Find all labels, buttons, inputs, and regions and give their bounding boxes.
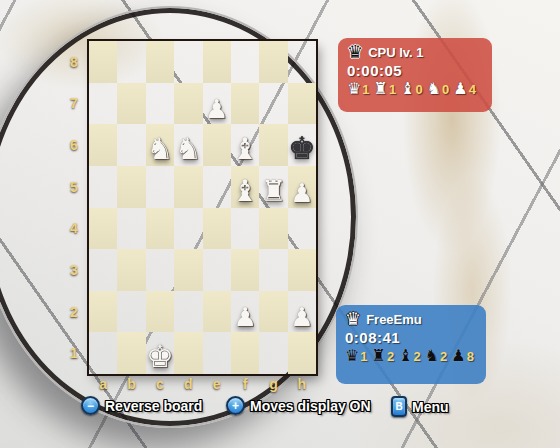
black-bishop-icon: ♝	[398, 348, 412, 364]
white-queen-icon: ♛	[347, 81, 361, 97]
rank-label-5: 5	[64, 166, 84, 208]
file-label-e: e	[203, 374, 231, 394]
square-h5[interactable]: ♟	[288, 166, 316, 208]
white-rook-icon: ♜	[374, 81, 388, 97]
square-c6[interactable]: ♞	[146, 124, 174, 166]
square-a3[interactable]	[89, 249, 117, 291]
human-name: FreeEmu	[366, 312, 422, 327]
square-c7[interactable]	[146, 83, 174, 125]
captured-knight-item: ♞2	[425, 348, 451, 364]
square-a4[interactable]	[89, 208, 117, 250]
cpu-name-row: ♛ CPU lv. 1	[347, 43, 483, 61]
square-f8[interactable]	[231, 41, 259, 83]
rank-labels: 87654321	[64, 41, 84, 374]
square-b3[interactable]	[117, 249, 145, 291]
black-queen-icon: ♛	[345, 348, 359, 364]
captured-queen-item: ♛1	[347, 81, 373, 97]
square-g6[interactable]	[259, 124, 287, 166]
white-queen-icon: ♛	[345, 310, 361, 328]
rank-label-2: 2	[64, 291, 84, 333]
square-f6[interactable]: ♝	[231, 124, 259, 166]
square-b6[interactable]	[117, 124, 145, 166]
square-c5[interactable]	[146, 166, 174, 208]
control-label: Menu	[412, 399, 449, 415]
human-clock: 0:08:41	[345, 329, 477, 346]
white-rook[interactable]: ♜	[260, 177, 286, 206]
square-h6[interactable]: ♚	[288, 124, 316, 166]
square-f3[interactable]	[231, 249, 259, 291]
captured-rook-item: ♜1	[374, 81, 400, 97]
square-f7[interactable]	[231, 83, 259, 125]
rank-label-6: 6	[64, 124, 84, 166]
square-f5[interactable]: ♝	[231, 166, 259, 208]
square-a8[interactable]	[89, 41, 117, 83]
square-h8[interactable]	[288, 41, 316, 83]
square-h4[interactable]	[288, 208, 316, 250]
white-knight-icon: ♞	[427, 81, 441, 97]
square-e2[interactable]	[203, 291, 231, 333]
file-labels: abcdefgh	[89, 374, 316, 394]
white-pawn-icon: ♟	[453, 81, 467, 97]
square-c8[interactable]	[146, 41, 174, 83]
rank-label-8: 8	[64, 41, 84, 83]
square-d7[interactable]	[174, 83, 202, 125]
white-pawn[interactable]: ♟	[290, 304, 313, 330]
captured-bishop-count: 0	[416, 82, 423, 97]
rank-label-3: 3	[64, 249, 84, 291]
captured-queen-count: 1	[362, 82, 369, 97]
b-button-icon[interactable]: B	[391, 396, 407, 417]
cpu-captured-row: ♛1♜1♝0♞0♟4	[347, 81, 483, 97]
white-bishop[interactable]: ♝	[232, 134, 259, 164]
captured-knight-count: 2	[440, 349, 447, 364]
human-player-panel: ♛ FreeEmu 0:08:41 ♛1♜2♝2♞2♟8	[336, 305, 486, 384]
captured-queen-item: ♛1	[345, 348, 371, 364]
cpu-name: CPU lv. 1	[368, 45, 423, 60]
square-b4[interactable]	[117, 208, 145, 250]
square-b5[interactable]	[117, 166, 145, 208]
cpu-player-panel: ♛ CPU lv. 1 0:00:05 ♛1♜1♝0♞0♟4	[338, 38, 492, 112]
file-label-h: h	[288, 374, 316, 394]
square-g3[interactable]	[259, 249, 287, 291]
square-b2[interactable]	[117, 291, 145, 333]
square-d4[interactable]	[174, 208, 202, 250]
square-e6[interactable]	[203, 124, 231, 166]
square-f4[interactable]	[231, 208, 259, 250]
file-label-a: a	[89, 374, 117, 394]
square-e4[interactable]	[203, 208, 231, 250]
square-a2[interactable]	[89, 291, 117, 333]
white-pawn[interactable]: ♟	[233, 304, 256, 330]
white-bishop[interactable]: ♝	[232, 176, 259, 206]
square-b7[interactable]	[117, 83, 145, 125]
captured-pawn-count: 4	[469, 82, 476, 97]
human-name-row: ♛ FreeEmu	[345, 310, 477, 328]
square-h2[interactable]: ♟	[288, 291, 316, 333]
square-g1[interactable]	[259, 332, 287, 374]
white-pawn[interactable]: ♟	[290, 180, 313, 206]
plus-button-icon[interactable]: +	[226, 396, 245, 415]
square-a1[interactable]	[89, 332, 117, 374]
file-label-g: g	[259, 374, 287, 394]
white-knight[interactable]: ♞	[146, 134, 173, 164]
square-d1[interactable]	[174, 332, 202, 374]
white-king[interactable]: ♚	[146, 341, 174, 372]
control-menu[interactable]: BMenu	[391, 396, 449, 417]
square-d8[interactable]	[174, 41, 202, 83]
captured-rook-count: 2	[387, 349, 394, 364]
control-label: Reverse board	[105, 398, 202, 414]
square-c3[interactable]	[146, 249, 174, 291]
square-b1[interactable]	[117, 332, 145, 374]
square-b8[interactable]	[117, 41, 145, 83]
captured-bishop-count: 2	[414, 349, 421, 364]
square-e3[interactable]	[203, 249, 231, 291]
captured-rook-item: ♜2	[372, 348, 398, 364]
control-reverse-board[interactable]: −Reverse board	[81, 396, 202, 415]
cpu-clock: 0:00:05	[347, 62, 483, 79]
control-moves-display-on[interactable]: +Moves display ON	[226, 396, 371, 415]
white-bishop-icon: ♝	[400, 81, 414, 97]
square-d2[interactable]	[174, 291, 202, 333]
square-g4[interactable]	[259, 208, 287, 250]
square-e1[interactable]	[203, 332, 231, 374]
captured-knight-count: 0	[442, 82, 449, 97]
captured-knight-item: ♞0	[427, 81, 453, 97]
square-g5[interactable]: ♜	[259, 166, 287, 208]
black-rook-icon: ♜	[372, 348, 386, 364]
black-queen-icon: ♛	[347, 43, 363, 61]
square-f2[interactable]: ♟	[231, 291, 259, 333]
square-c4[interactable]	[146, 208, 174, 250]
square-g8[interactable]	[259, 41, 287, 83]
square-f1[interactable]	[231, 332, 259, 374]
square-e5[interactable]	[203, 166, 231, 208]
control-label: Moves display ON	[250, 398, 371, 414]
white-pawn[interactable]: ♟	[205, 96, 228, 122]
rank-label-7: 7	[64, 83, 84, 125]
square-e7[interactable]: ♟	[203, 83, 231, 125]
square-h7[interactable]	[288, 83, 316, 125]
minus-button-icon[interactable]: −	[81, 396, 100, 415]
captured-bishop-item: ♝0	[400, 81, 426, 97]
chess-board[interactable]: ♟♞♞♝♚♝♜♟♟♟♚	[89, 41, 316, 374]
square-h3[interactable]	[288, 249, 316, 291]
file-label-d: d	[174, 374, 202, 394]
square-h1[interactable]	[288, 332, 316, 374]
rank-label-4: 4	[64, 208, 84, 250]
file-label-b: b	[117, 374, 145, 394]
black-knight-icon: ♞	[425, 348, 439, 364]
captured-rook-count: 1	[389, 82, 396, 97]
square-d6[interactable]: ♞	[174, 124, 202, 166]
square-a6[interactable]	[89, 124, 117, 166]
white-knight[interactable]: ♞	[175, 134, 202, 164]
square-g7[interactable]	[259, 83, 287, 125]
human-captured-row: ♛1♜2♝2♞2♟8	[345, 348, 477, 364]
square-a7[interactable]	[89, 83, 117, 125]
square-e8[interactable]	[203, 41, 231, 83]
chess-game-screen: 87654321 ♟♞♞♝♚♝♜♟♟♟♚ abcdefgh ♛ CPU lv. …	[0, 0, 560, 448]
captured-pawn-item: ♟4	[453, 81, 479, 97]
captured-pawn-item: ♟8	[451, 348, 477, 364]
square-a5[interactable]	[89, 166, 117, 208]
rank-label-1: 1	[64, 332, 84, 374]
file-label-c: c	[146, 374, 174, 394]
square-d5[interactable]	[174, 166, 202, 208]
square-c2[interactable]	[146, 291, 174, 333]
black-king[interactable]: ♚	[288, 133, 316, 164]
square-d3[interactable]	[174, 249, 202, 291]
black-pawn-icon: ♟	[451, 348, 465, 364]
file-label-f: f	[231, 374, 259, 394]
square-g2[interactable]	[259, 291, 287, 333]
bottom-control-bar: −Reverse board+Moves display ONBMenu	[0, 396, 560, 422]
captured-pawn-count: 8	[467, 349, 474, 364]
captured-queen-count: 1	[360, 349, 367, 364]
captured-bishop-item: ♝2	[398, 348, 424, 364]
square-c1[interactable]: ♚	[146, 332, 174, 374]
